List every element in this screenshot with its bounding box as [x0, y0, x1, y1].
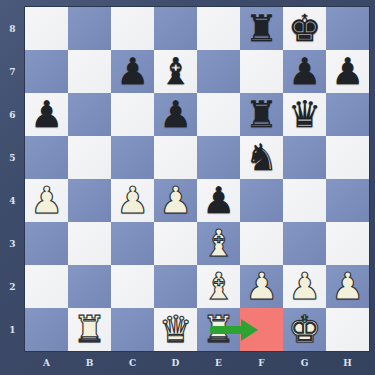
square-d1[interactable]: ♛: [154, 308, 197, 351]
square-c4[interactable]: ♟: [111, 179, 154, 222]
square-c8[interactable]: [111, 7, 154, 50]
square-g7[interactable]: ♟: [283, 50, 326, 93]
black-bishop-d7[interactable]: ♝: [154, 50, 197, 93]
black-pawn-a6[interactable]: ♟: [25, 93, 68, 136]
square-g2[interactable]: ♟: [283, 265, 326, 308]
square-h3[interactable]: [326, 222, 369, 265]
square-e7[interactable]: [197, 50, 240, 93]
black-rook-f8[interactable]: ♜: [240, 7, 283, 50]
square-a5[interactable]: [25, 136, 68, 179]
file-label-c: C: [111, 351, 154, 375]
white-queen-d1[interactable]: ♛: [154, 308, 197, 351]
square-c5[interactable]: [111, 136, 154, 179]
file-label-a: A: [25, 351, 68, 375]
square-f2[interactable]: ♟: [240, 265, 283, 308]
rank-labels: 87654321: [0, 7, 25, 351]
square-c1[interactable]: [111, 308, 154, 351]
square-a2[interactable]: [25, 265, 68, 308]
square-g6[interactable]: ♛: [283, 93, 326, 136]
square-f6[interactable]: ♜: [240, 93, 283, 136]
black-pawn-c7[interactable]: ♟: [111, 50, 154, 93]
black-knight-f5[interactable]: ♞: [240, 136, 283, 179]
square-g5[interactable]: [283, 136, 326, 179]
square-b7[interactable]: [68, 50, 111, 93]
rank-label-5: 5: [0, 136, 25, 179]
square-a4[interactable]: ♟: [25, 179, 68, 222]
square-g4[interactable]: [283, 179, 326, 222]
rank-label-2: 2: [0, 265, 25, 308]
square-d2[interactable]: [154, 265, 197, 308]
black-king-g8[interactable]: ♚: [283, 7, 326, 50]
rank-label-4: 4: [0, 179, 25, 222]
square-b2[interactable]: [68, 265, 111, 308]
white-pawn-f2[interactable]: ♟: [240, 265, 283, 308]
rank-label-8: 8: [0, 7, 25, 50]
square-a6[interactable]: ♟: [25, 93, 68, 136]
square-c6[interactable]: [111, 93, 154, 136]
square-d5[interactable]: [154, 136, 197, 179]
square-d7[interactable]: ♝: [154, 50, 197, 93]
black-pawn-h7[interactable]: ♟: [326, 50, 369, 93]
black-pawn-d6[interactable]: ♟: [154, 93, 197, 136]
square-a1[interactable]: [25, 308, 68, 351]
square-f8[interactable]: ♜: [240, 7, 283, 50]
file-label-d: D: [154, 351, 197, 375]
white-rook-b1[interactable]: ♜: [68, 308, 111, 351]
chess-board-frame: 87654321 ABCDEFGH ♜♚♟♝♟♟♟♟♜♛♞♟♟♟♟♝♝♟♟♟♜♛…: [0, 0, 375, 375]
square-b8[interactable]: [68, 7, 111, 50]
square-g8[interactable]: ♚: [283, 7, 326, 50]
rank-label-3: 3: [0, 222, 25, 265]
file-labels: ABCDEFGH: [25, 351, 369, 375]
white-bishop-e3[interactable]: ♝: [197, 222, 240, 265]
square-b1[interactable]: ♜: [68, 308, 111, 351]
square-a7[interactable]: [25, 50, 68, 93]
square-d6[interactable]: ♟: [154, 93, 197, 136]
white-pawn-d4[interactable]: ♟: [154, 179, 197, 222]
square-h6[interactable]: [326, 93, 369, 136]
square-b6[interactable]: [68, 93, 111, 136]
square-d8[interactable]: [154, 7, 197, 50]
square-g1[interactable]: ♚: [283, 308, 326, 351]
white-pawn-a4[interactable]: ♟: [25, 179, 68, 222]
square-h4[interactable]: [326, 179, 369, 222]
black-queen-g6[interactable]: ♛: [283, 93, 326, 136]
file-label-g: G: [283, 351, 326, 375]
square-f1[interactable]: [240, 308, 283, 351]
square-b3[interactable]: [68, 222, 111, 265]
square-h1[interactable]: [326, 308, 369, 351]
black-pawn-g7[interactable]: ♟: [283, 50, 326, 93]
square-g3[interactable]: [283, 222, 326, 265]
square-e6[interactable]: [197, 93, 240, 136]
file-label-h: H: [326, 351, 369, 375]
white-pawn-c4[interactable]: ♟: [111, 179, 154, 222]
square-e1[interactable]: ♜: [197, 308, 240, 351]
square-d4[interactable]: ♟: [154, 179, 197, 222]
square-h8[interactable]: [326, 7, 369, 50]
square-h7[interactable]: ♟: [326, 50, 369, 93]
white-king-g1[interactable]: ♚: [283, 308, 326, 351]
square-h5[interactable]: [326, 136, 369, 179]
square-b5[interactable]: [68, 136, 111, 179]
square-c3[interactable]: [111, 222, 154, 265]
white-bishop-e2[interactable]: ♝: [197, 265, 240, 308]
square-e3[interactable]: ♝: [197, 222, 240, 265]
white-rook-e1[interactable]: ♜: [197, 308, 240, 351]
black-rook-f6[interactable]: ♜: [240, 93, 283, 136]
square-h2[interactable]: ♟: [326, 265, 369, 308]
square-c7[interactable]: ♟: [111, 50, 154, 93]
square-f4[interactable]: [240, 179, 283, 222]
chess-board[interactable]: ♜♚♟♝♟♟♟♟♜♛♞♟♟♟♟♝♝♟♟♟♜♛♜♚: [25, 7, 369, 351]
square-c2[interactable]: [111, 265, 154, 308]
file-label-e: E: [197, 351, 240, 375]
square-f3[interactable]: [240, 222, 283, 265]
white-pawn-g2[interactable]: ♟: [283, 265, 326, 308]
black-pawn-e4[interactable]: ♟: [197, 179, 240, 222]
square-e5[interactable]: [197, 136, 240, 179]
square-b4[interactable]: [68, 179, 111, 222]
square-a3[interactable]: [25, 222, 68, 265]
rank-label-1: 1: [0, 308, 25, 351]
white-pawn-h2[interactable]: ♟: [326, 265, 369, 308]
file-label-f: F: [240, 351, 283, 375]
rank-label-7: 7: [0, 50, 25, 93]
square-f5[interactable]: ♞: [240, 136, 283, 179]
square-f7[interactable]: [240, 50, 283, 93]
square-e2[interactable]: ♝: [197, 265, 240, 308]
file-label-b: B: [68, 351, 111, 375]
square-e4[interactable]: ♟: [197, 179, 240, 222]
square-a8[interactable]: [25, 7, 68, 50]
rank-label-6: 6: [0, 93, 25, 136]
square-d3[interactable]: [154, 222, 197, 265]
square-e8[interactable]: [197, 7, 240, 50]
